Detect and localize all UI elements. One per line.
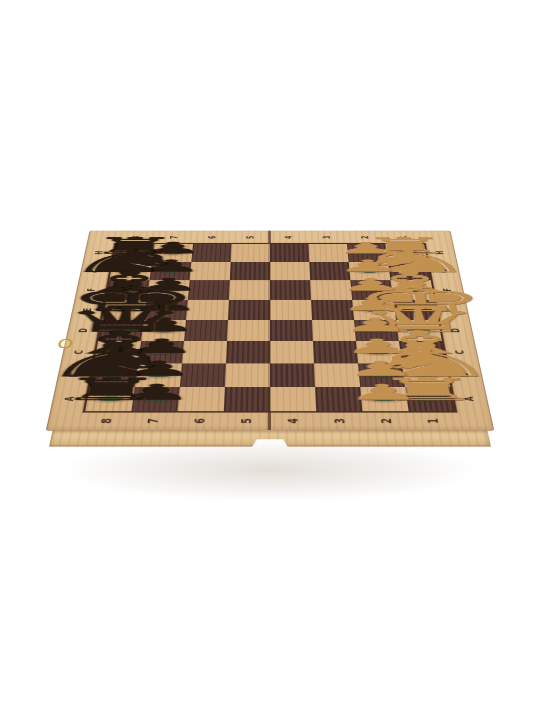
- square-g4[interactable]: [270, 262, 310, 281]
- square-c6[interactable]: [182, 341, 227, 363]
- square-a6[interactable]: [178, 387, 225, 411]
- square-a3[interactable]: [315, 387, 362, 411]
- scene: 8877665544332211HHGGFFEEDDCCBBAA ♜♟♟♜♞♟♟…: [0, 0, 540, 720]
- coord-front-2: 2: [380, 418, 394, 423]
- square-a8[interactable]: [85, 387, 135, 411]
- square-c3[interactable]: [313, 341, 358, 363]
- coord-front-3: 3: [333, 418, 347, 423]
- box-front-face: [49, 430, 491, 446]
- coord-left-A: A: [64, 397, 76, 402]
- square-e5[interactable]: [228, 300, 270, 320]
- square-d4[interactable]: [270, 320, 313, 341]
- square-b1[interactable]: [402, 363, 450, 386]
- chessboard: 8877665544332211HHGGFFEEDDCCBBAA ♜♟♟♜♞♟♟…: [46, 231, 495, 431]
- square-d5[interactable]: [227, 320, 270, 341]
- square-h4[interactable]: [270, 244, 309, 262]
- square-b3[interactable]: [314, 363, 360, 386]
- square-a1[interactable]: [405, 387, 455, 411]
- coord-front-4: 4: [287, 418, 300, 423]
- square-b2[interactable]: [358, 363, 405, 386]
- square-h5[interactable]: [231, 244, 270, 262]
- square-f5[interactable]: [229, 280, 270, 299]
- coord-left-B: B: [69, 373, 80, 377]
- square-a4[interactable]: [270, 387, 316, 411]
- coord-right-A: A: [464, 397, 476, 402]
- square-b8[interactable]: [90, 363, 138, 386]
- square-b6[interactable]: [180, 363, 226, 386]
- square-b4[interactable]: [270, 363, 315, 386]
- square-g5[interactable]: [230, 262, 270, 281]
- product-photo-stage: 8877665544332211HHGGFFEEDDCCBBAA ♜♟♟♜♞♟♟…: [0, 0, 540, 720]
- coord-back-4: 4: [285, 236, 294, 239]
- square-a5[interactable]: [224, 387, 270, 411]
- square-c5[interactable]: [226, 341, 270, 363]
- square-f4[interactable]: [270, 280, 311, 299]
- coord-front-6: 6: [193, 418, 207, 423]
- square-e4[interactable]: [270, 300, 312, 320]
- coord-front-5: 5: [240, 418, 253, 423]
- coord-front-1: 1: [426, 418, 440, 423]
- coord-back-5: 5: [246, 236, 255, 239]
- square-b5[interactable]: [225, 363, 270, 386]
- square-a7[interactable]: [131, 387, 179, 411]
- coord-front-7: 7: [146, 418, 160, 423]
- square-b7[interactable]: [135, 363, 182, 386]
- square-a2[interactable]: [360, 387, 408, 411]
- coord-right-B: B: [459, 373, 470, 377]
- coord-front-8: 8: [100, 418, 114, 423]
- square-c4[interactable]: [270, 341, 314, 363]
